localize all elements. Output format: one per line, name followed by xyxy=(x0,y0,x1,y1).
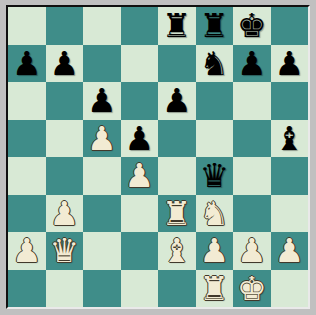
piece-black-pawn[interactable]: ♟ xyxy=(12,45,42,83)
square-c4[interactable] xyxy=(83,157,121,195)
square-e4[interactable] xyxy=(158,157,196,195)
square-b6[interactable] xyxy=(46,82,84,120)
piece-white-pawn[interactable]: ♟ xyxy=(237,232,267,270)
piece-black-knight[interactable]: ♞ xyxy=(199,45,229,83)
square-c2[interactable] xyxy=(83,232,121,270)
piece-white-pawn[interactable]: ♟ xyxy=(199,232,229,270)
square-c7[interactable] xyxy=(83,45,121,83)
square-e8[interactable]: ♜ xyxy=(158,7,196,45)
square-c1[interactable] xyxy=(83,270,121,308)
square-e2[interactable]: ♝ xyxy=(158,232,196,270)
piece-white-rook[interactable]: ♜ xyxy=(162,195,192,233)
square-g4[interactable] xyxy=(233,157,271,195)
square-d2[interactable] xyxy=(121,232,159,270)
piece-black-rook[interactable]: ♜ xyxy=(199,7,229,45)
square-c5[interactable]: ♟ xyxy=(83,120,121,158)
square-a2[interactable]: ♟ xyxy=(8,232,46,270)
square-g7[interactable]: ♟ xyxy=(233,45,271,83)
square-c3[interactable] xyxy=(83,195,121,233)
square-b2[interactable]: ♛ xyxy=(46,232,84,270)
square-g3[interactable] xyxy=(233,195,271,233)
square-b7[interactable]: ♟ xyxy=(46,45,84,83)
square-h3[interactable] xyxy=(271,195,309,233)
square-f2[interactable]: ♟ xyxy=(196,232,234,270)
piece-white-king[interactable]: ♚ xyxy=(237,270,267,308)
piece-black-rook[interactable]: ♜ xyxy=(162,7,192,45)
piece-black-pawn[interactable]: ♟ xyxy=(237,45,267,83)
square-d7[interactable] xyxy=(121,45,159,83)
square-b5[interactable] xyxy=(46,120,84,158)
piece-black-pawn[interactable]: ♟ xyxy=(87,82,117,120)
square-a5[interactable] xyxy=(8,120,46,158)
chess-board: ♜♜♚♟♟♞♟♟♟♟♟♟♝♟♛♟♜♞♟♛♝♟♟♟♜♚ xyxy=(8,7,308,307)
square-a7[interactable]: ♟ xyxy=(8,45,46,83)
square-e1[interactable] xyxy=(158,270,196,308)
piece-white-pawn[interactable]: ♟ xyxy=(87,120,117,158)
square-a3[interactable] xyxy=(8,195,46,233)
square-f3[interactable]: ♞ xyxy=(196,195,234,233)
square-f5[interactable] xyxy=(196,120,234,158)
piece-white-knight[interactable]: ♞ xyxy=(199,195,229,233)
square-h6[interactable] xyxy=(271,82,309,120)
square-d5[interactable]: ♟ xyxy=(121,120,159,158)
square-g8[interactable]: ♚ xyxy=(233,7,271,45)
square-f6[interactable] xyxy=(196,82,234,120)
square-d8[interactable] xyxy=(121,7,159,45)
square-b1[interactable] xyxy=(46,270,84,308)
square-f8[interactable]: ♜ xyxy=(196,7,234,45)
square-h8[interactable] xyxy=(271,7,309,45)
piece-black-bishop[interactable]: ♝ xyxy=(274,120,304,158)
square-a4[interactable] xyxy=(8,157,46,195)
square-h7[interactable]: ♟ xyxy=(271,45,309,83)
square-g1[interactable]: ♚ xyxy=(233,270,271,308)
square-g6[interactable] xyxy=(233,82,271,120)
square-e6[interactable]: ♟ xyxy=(158,82,196,120)
piece-white-pawn[interactable]: ♟ xyxy=(49,195,79,233)
piece-black-queen[interactable]: ♛ xyxy=(199,157,229,195)
square-a6[interactable] xyxy=(8,82,46,120)
square-g2[interactable]: ♟ xyxy=(233,232,271,270)
square-b8[interactable] xyxy=(46,7,84,45)
piece-black-pawn[interactable]: ♟ xyxy=(124,120,154,158)
square-h1[interactable] xyxy=(271,270,309,308)
piece-white-bishop[interactable]: ♝ xyxy=(162,232,192,270)
square-c6[interactable]: ♟ xyxy=(83,82,121,120)
square-b4[interactable] xyxy=(46,157,84,195)
square-a1[interactable] xyxy=(8,270,46,308)
square-h5[interactable]: ♝ xyxy=(271,120,309,158)
piece-white-pawn[interactable]: ♟ xyxy=(124,157,154,195)
piece-white-rook[interactable]: ♜ xyxy=(199,270,229,308)
piece-white-pawn[interactable]: ♟ xyxy=(12,232,42,270)
square-f1[interactable]: ♜ xyxy=(196,270,234,308)
square-d1[interactable] xyxy=(121,270,159,308)
board-frame: ♜♜♚♟♟♞♟♟♟♟♟♟♝♟♛♟♜♞♟♛♝♟♟♟♜♚ xyxy=(6,5,310,309)
piece-black-pawn[interactable]: ♟ xyxy=(274,45,304,83)
square-b3[interactable]: ♟ xyxy=(46,195,84,233)
piece-white-pawn[interactable]: ♟ xyxy=(274,232,304,270)
square-a8[interactable] xyxy=(8,7,46,45)
square-h2[interactable]: ♟ xyxy=(271,232,309,270)
square-g5[interactable] xyxy=(233,120,271,158)
square-d4[interactable]: ♟ xyxy=(121,157,159,195)
square-f4[interactable]: ♛ xyxy=(196,157,234,195)
square-h4[interactable] xyxy=(271,157,309,195)
square-d3[interactable] xyxy=(121,195,159,233)
square-f7[interactable]: ♞ xyxy=(196,45,234,83)
piece-black-pawn[interactable]: ♟ xyxy=(162,82,192,120)
piece-white-queen[interactable]: ♛ xyxy=(49,232,79,270)
square-e7[interactable] xyxy=(158,45,196,83)
square-e3[interactable]: ♜ xyxy=(158,195,196,233)
square-e5[interactable] xyxy=(158,120,196,158)
square-c8[interactable] xyxy=(83,7,121,45)
piece-black-pawn[interactable]: ♟ xyxy=(49,45,79,83)
piece-black-king[interactable]: ♚ xyxy=(237,7,267,45)
square-d6[interactable] xyxy=(121,82,159,120)
